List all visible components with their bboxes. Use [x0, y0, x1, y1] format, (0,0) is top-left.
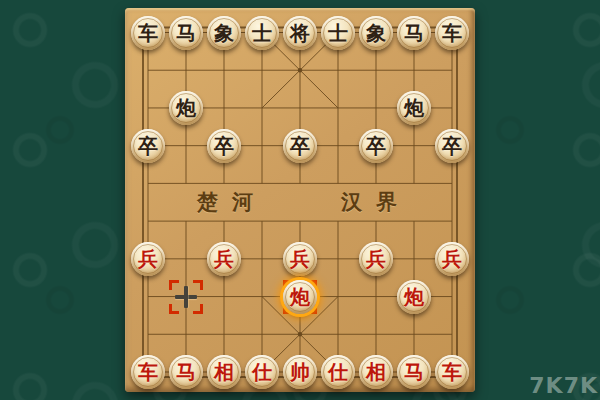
piece-glyph: 相 [214, 362, 234, 382]
piece-red-elephant[interactable]: 相 [359, 355, 393, 389]
piece-black-soldier[interactable]: 卒 [435, 129, 469, 163]
piece-glyph: 帅 [290, 362, 310, 382]
piece-glyph: 炮 [290, 287, 310, 307]
piece-glyph: 马 [176, 23, 196, 43]
piece-glyph: 车 [138, 23, 158, 43]
piece-red-advisor[interactable]: 仕 [245, 355, 279, 389]
piece-glyph: 马 [404, 362, 424, 382]
watermark-7k7k: 7K7K [529, 373, 598, 398]
piece-glyph: 车 [442, 362, 462, 382]
piece-black-advisor[interactable]: 士 [321, 16, 355, 50]
piece-glyph: 卒 [442, 136, 462, 156]
piece-glyph: 卒 [366, 136, 386, 156]
piece-black-cannon[interactable]: 炮 [169, 91, 203, 125]
piece-glyph: 卒 [290, 136, 310, 156]
piece-glyph: 象 [214, 23, 234, 43]
piece-glyph: 象 [366, 23, 386, 43]
piece-black-soldier[interactable]: 卒 [207, 129, 241, 163]
piece-black-soldier[interactable]: 卒 [359, 129, 393, 163]
piece-glyph: 炮 [404, 98, 424, 118]
piece-black-elephant[interactable]: 象 [207, 16, 241, 50]
piece-black-chariot[interactable]: 车 [435, 16, 469, 50]
game-stage: 楚河 汉界 车马象士将士象马车炮炮卒卒卒卒卒兵兵兵兵兵炮炮车马相仕帅仕相马车 7… [0, 0, 600, 400]
piece-glyph: 相 [366, 362, 386, 382]
piece-glyph: 卒 [214, 136, 234, 156]
origin-crosshair-icon [175, 286, 197, 308]
piece-red-soldier[interactable]: 兵 [131, 242, 165, 276]
piece-black-horse[interactable]: 马 [169, 16, 203, 50]
piece-black-soldier[interactable]: 卒 [283, 129, 317, 163]
piece-black-advisor[interactable]: 士 [245, 16, 279, 50]
xiangqi-board: 楚河 汉界 车马象士将士象马车炮炮卒卒卒卒卒兵兵兵兵兵炮炮车马相仕帅仕相马车 [125, 8, 475, 392]
piece-black-chariot[interactable]: 车 [131, 16, 165, 50]
last-move-origin-marker [170, 281, 202, 313]
piece-red-advisor[interactable]: 仕 [321, 355, 355, 389]
piece-glyph: 车 [442, 23, 462, 43]
piece-black-general[interactable]: 将 [283, 16, 317, 50]
piece-glyph: 兵 [290, 249, 310, 269]
piece-glyph: 卒 [138, 136, 158, 156]
piece-red-general[interactable]: 帅 [283, 355, 317, 389]
piece-red-soldier[interactable]: 兵 [359, 242, 393, 276]
piece-glyph: 兵 [442, 249, 462, 269]
piece-red-elephant[interactable]: 相 [207, 355, 241, 389]
piece-glyph: 士 [252, 23, 272, 43]
piece-glyph: 马 [404, 23, 424, 43]
piece-glyph: 士 [328, 23, 348, 43]
piece-glyph: 仕 [252, 362, 272, 382]
piece-glyph: 兵 [366, 249, 386, 269]
piece-black-horse[interactable]: 马 [397, 16, 431, 50]
piece-red-horse[interactable]: 马 [397, 355, 431, 389]
piece-black-elephant[interactable]: 象 [359, 16, 393, 50]
pieces-layer: 车马象士将士象马车炮炮卒卒卒卒卒兵兵兵兵兵炮炮车马相仕帅仕相马车 [125, 8, 475, 392]
piece-glyph: 兵 [214, 249, 234, 269]
piece-glyph: 炮 [176, 98, 196, 118]
piece-glyph: 将 [290, 23, 310, 43]
piece-glyph: 兵 [138, 249, 158, 269]
piece-red-soldier[interactable]: 兵 [435, 242, 469, 276]
piece-glyph: 仕 [328, 362, 348, 382]
piece-red-soldier[interactable]: 兵 [283, 242, 317, 276]
piece-glyph: 车 [138, 362, 158, 382]
piece-red-cannon[interactable]: 炮 [397, 280, 431, 314]
piece-red-horse[interactable]: 马 [169, 355, 203, 389]
piece-red-chariot[interactable]: 车 [435, 355, 469, 389]
piece-black-soldier[interactable]: 卒 [131, 129, 165, 163]
piece-red-chariot[interactable]: 车 [131, 355, 165, 389]
piece-black-cannon[interactable]: 炮 [397, 91, 431, 125]
piece-red-cannon[interactable]: 炮 [283, 280, 317, 314]
piece-glyph: 马 [176, 362, 196, 382]
piece-glyph: 炮 [404, 287, 424, 307]
piece-red-soldier[interactable]: 兵 [207, 242, 241, 276]
